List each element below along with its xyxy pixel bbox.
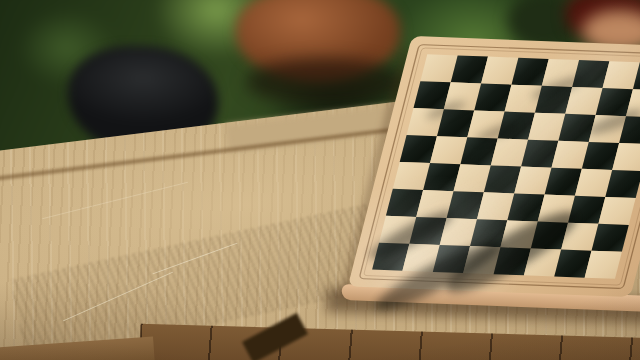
pot-shadow	[246, 58, 404, 106]
chess-photo-scene: ♝♟♚♟♟♚♝♜	[0, 0, 640, 360]
square-h4[interactable]	[605, 170, 640, 198]
